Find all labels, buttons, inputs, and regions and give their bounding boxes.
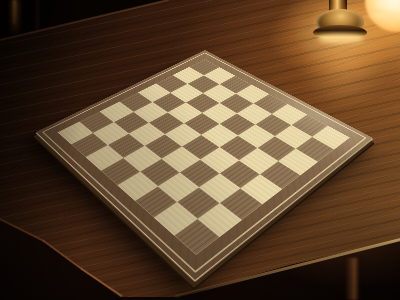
photo-scene [0,0,400,300]
ember-light-core [13,0,16,24]
candlestick-base-reflection [318,34,364,43]
background-furniture-edge [36,0,39,30]
table-leg [345,258,362,300]
lamp-rim-light [360,8,400,23]
